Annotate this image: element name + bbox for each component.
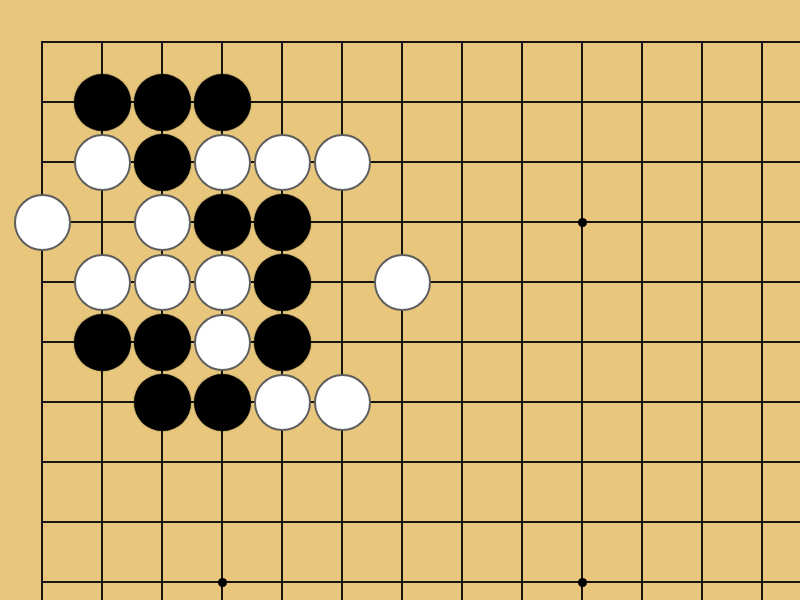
intersection[interactable] [732,12,792,72]
intersection[interactable] [432,432,492,492]
intersection[interactable] [492,72,552,132]
black-stone: ● [194,194,251,251]
intersection[interactable] [552,432,612,492]
black-stone: ● [134,314,191,371]
intersection[interactable] [732,432,792,492]
intersection[interactable]: ○ [252,372,312,432]
intersection[interactable]: ○ [132,252,192,312]
white-stone: ○ [254,374,311,431]
intersection[interactable] [672,72,732,132]
white-stone: ○ [14,194,71,251]
intersection[interactable] [612,132,672,192]
intersection[interactable] [492,432,552,492]
intersection[interactable]: ○ [192,132,252,192]
intersection[interactable]: ○ [312,372,372,432]
intersection[interactable]: ○ [372,252,432,312]
intersection[interactable] [612,312,672,372]
intersection[interactable] [372,372,432,432]
white-stone: ○ [314,374,371,431]
intersection[interactable] [432,372,492,432]
intersection[interactable] [552,72,612,132]
intersection[interactable] [132,552,192,600]
intersection[interactable] [552,552,612,600]
intersection[interactable] [732,252,792,312]
intersection[interactable] [492,552,552,600]
intersection[interactable] [72,192,132,252]
intersection[interactable] [732,372,792,432]
intersection[interactable]: ● [252,312,312,372]
black-stone: ● [194,374,251,431]
intersection[interactable] [552,192,612,252]
intersection[interactable] [72,492,132,552]
white-stone: ○ [134,254,191,311]
white-stone: ○ [194,314,251,371]
intersection[interactable] [312,72,372,132]
intersection[interactable]: ● [192,192,252,252]
intersection[interactable] [432,252,492,312]
intersection[interactable] [612,192,672,252]
intersection[interactable] [372,492,432,552]
intersection[interactable]: ● [132,72,192,132]
intersection[interactable] [732,132,792,192]
intersection[interactable]: ● [72,72,132,132]
intersection[interactable]: ● [192,372,252,432]
intersection[interactable] [552,312,612,372]
intersection[interactable] [732,552,792,600]
intersection[interactable]: ● [252,192,312,252]
white-stone: ○ [134,194,191,251]
intersection[interactable] [312,432,372,492]
intersection[interactable] [732,492,792,552]
intersection[interactable]: ○ [12,192,72,252]
intersection[interactable] [12,252,72,312]
intersection[interactable] [612,72,672,132]
intersection[interactable] [492,252,552,312]
intersection[interactable] [12,372,72,432]
intersection[interactable] [372,12,432,72]
black-stone: ● [254,314,311,371]
intersection[interactable] [552,12,612,72]
intersection[interactable] [612,492,672,552]
intersection[interactable] [492,132,552,192]
intersection[interactable] [12,552,72,600]
intersection[interactable] [192,492,252,552]
goban: ●●●○●○○○○○●●○○○●○●●○●●●○○ [0,0,800,600]
intersection[interactable] [432,492,492,552]
intersection[interactable] [372,72,432,132]
intersection[interactable] [312,12,372,72]
intersection[interactable] [732,312,792,372]
intersection[interactable] [672,132,732,192]
intersection[interactable] [372,432,432,492]
white-stone: ○ [74,134,131,191]
black-stone: ● [74,74,131,131]
intersection[interactable] [432,12,492,72]
intersection[interactable] [672,12,732,72]
intersection[interactable] [12,72,72,132]
intersection[interactable] [552,492,612,552]
intersection[interactable] [192,12,252,72]
intersection[interactable] [432,72,492,132]
intersection[interactable]: ● [252,252,312,312]
intersection[interactable]: ○ [192,252,252,312]
intersection[interactable] [312,192,372,252]
black-stone: ● [74,314,131,371]
white-stone: ○ [374,254,431,311]
intersection[interactable] [72,12,132,72]
intersection[interactable] [252,552,312,600]
intersection[interactable] [12,132,72,192]
intersection[interactable] [492,12,552,72]
intersection[interactable] [372,132,432,192]
intersection[interactable] [732,72,792,132]
intersection[interactable] [552,132,612,192]
intersection[interactable] [312,552,372,600]
intersection[interactable] [612,252,672,312]
intersection[interactable] [492,372,552,432]
intersection[interactable] [252,492,312,552]
intersection[interactable]: ○ [192,312,252,372]
intersection[interactable]: ○ [72,252,132,312]
intersection[interactable] [672,312,732,372]
white-stone: ○ [314,134,371,191]
intersection[interactable] [672,492,732,552]
intersection[interactable] [132,432,192,492]
white-stone: ○ [74,254,131,311]
intersection[interactable] [432,312,492,372]
intersection[interactable] [372,312,432,372]
intersection[interactable] [432,552,492,600]
intersection[interactable] [552,252,612,312]
intersection[interactable] [372,552,432,600]
intersection[interactable] [12,492,72,552]
intersection[interactable] [672,192,732,252]
intersection[interactable] [12,312,72,372]
intersection[interactable] [312,492,372,552]
white-stone: ○ [194,134,251,191]
intersection[interactable]: ● [132,132,192,192]
intersection[interactable]: ○ [132,192,192,252]
intersection-grid: ●●●○●○○○○○●●○○○●○●●○●●●○○ [12,12,792,600]
intersection[interactable] [672,552,732,600]
intersection[interactable] [312,252,372,312]
intersection[interactable]: ● [132,312,192,372]
black-stone: ● [254,254,311,311]
black-stone: ● [134,134,191,191]
intersection[interactable] [672,252,732,312]
black-stone: ● [134,74,191,131]
intersection[interactable] [252,12,312,72]
intersection[interactable] [552,372,612,432]
white-stone: ○ [194,254,251,311]
black-stone: ● [134,374,191,431]
intersection[interactable] [732,192,792,252]
black-stone: ● [194,74,251,131]
intersection[interactable] [432,132,492,192]
white-stone: ○ [254,134,311,191]
intersection[interactable] [132,492,192,552]
intersection[interactable] [192,432,252,492]
intersection[interactable] [312,312,372,372]
intersection[interactable]: ● [192,72,252,132]
intersection[interactable]: ○ [72,132,132,192]
intersection[interactable] [72,552,132,600]
intersection[interactable] [432,192,492,252]
intersection[interactable]: ● [132,372,192,432]
intersection[interactable] [252,432,312,492]
intersection[interactable] [492,192,552,252]
intersection[interactable] [612,552,672,600]
intersection[interactable] [372,192,432,252]
intersection[interactable] [252,72,312,132]
intersection[interactable] [672,432,732,492]
intersection[interactable] [132,12,192,72]
intersection[interactable] [492,312,552,372]
intersection[interactable] [192,552,252,600]
intersection[interactable]: ○ [312,132,372,192]
intersection[interactable]: ● [72,312,132,372]
intersection[interactable] [612,432,672,492]
intersection[interactable] [612,12,672,72]
black-stone: ● [254,194,311,251]
intersection[interactable] [72,372,132,432]
intersection[interactable] [672,372,732,432]
go-app-window: ●●●○●○○○○○●●○○○●○●●○●●●○○ [0,0,800,600]
intersection[interactable] [12,432,72,492]
intersection[interactable] [492,492,552,552]
intersection[interactable]: ○ [252,132,312,192]
intersection[interactable] [12,12,72,72]
intersection[interactable] [72,432,132,492]
intersection[interactable] [612,372,672,432]
